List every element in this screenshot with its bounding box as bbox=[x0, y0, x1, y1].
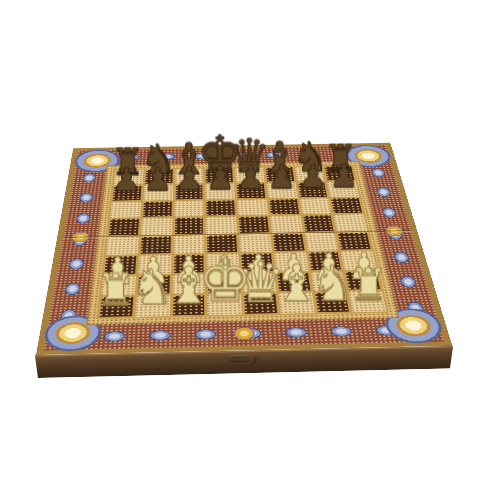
square-b8 bbox=[144, 169, 173, 184]
square-f8 bbox=[265, 167, 295, 182]
latch-clasp-icon bbox=[229, 354, 257, 367]
square-f5 bbox=[270, 215, 302, 232]
square-h5 bbox=[334, 214, 368, 231]
square-e6 bbox=[237, 199, 268, 216]
latch-hook bbox=[243, 357, 256, 366]
square-g7 bbox=[297, 182, 328, 198]
chess-board: ♜♞♝♚♛♝♞♜♟♟♟♟♟♟♟♟♟♟♟♟♟♟♟♟♜♞♝♚♛♝♞♜ bbox=[36, 143, 452, 355]
square-f6 bbox=[268, 198, 300, 214]
square-e8 bbox=[235, 167, 265, 182]
white-knight-glyph: ♞ bbox=[131, 263, 175, 312]
square-g8 bbox=[294, 166, 325, 181]
square-b5 bbox=[141, 218, 172, 235]
piece-white-knight-b1: ♞ bbox=[135, 295, 170, 316]
square-h6 bbox=[330, 197, 363, 213]
square-c6 bbox=[174, 200, 204, 217]
square-b7 bbox=[143, 184, 173, 200]
square-g6 bbox=[299, 198, 331, 214]
square-e7 bbox=[236, 183, 266, 199]
square-b6 bbox=[142, 201, 173, 218]
square-g5 bbox=[302, 215, 335, 232]
square-d8 bbox=[205, 168, 234, 183]
square-d7 bbox=[205, 183, 235, 199]
square-a8 bbox=[113, 169, 143, 184]
square-a6 bbox=[110, 201, 141, 218]
square-c8 bbox=[175, 168, 204, 183]
white-rook-glyph: ♜ bbox=[96, 267, 136, 311]
square-d5 bbox=[206, 217, 237, 234]
square-c5 bbox=[173, 217, 204, 234]
square-e5 bbox=[238, 216, 270, 233]
square-h8 bbox=[324, 166, 355, 181]
piece-white-bishop-c1: ♝ bbox=[171, 295, 205, 316]
square-d6 bbox=[206, 200, 236, 217]
square-a5 bbox=[108, 219, 140, 236]
square-f7 bbox=[266, 182, 297, 198]
square-h7 bbox=[327, 181, 359, 197]
piece-white-rook-a1: ♜ bbox=[98, 296, 134, 317]
piece-white-king-d1: ♚ bbox=[207, 294, 241, 315]
square-a7 bbox=[112, 185, 143, 201]
product-photo-stage: ♜♞♝♚♛♝♞♜♟♟♟♟♟♟♟♟♟♟♟♟♟♟♟♟♜♞♝♚♛♝♞♜ bbox=[0, 0, 500, 500]
square-c7 bbox=[174, 184, 203, 200]
white-rook-glyph: ♜ bbox=[349, 262, 388, 306]
